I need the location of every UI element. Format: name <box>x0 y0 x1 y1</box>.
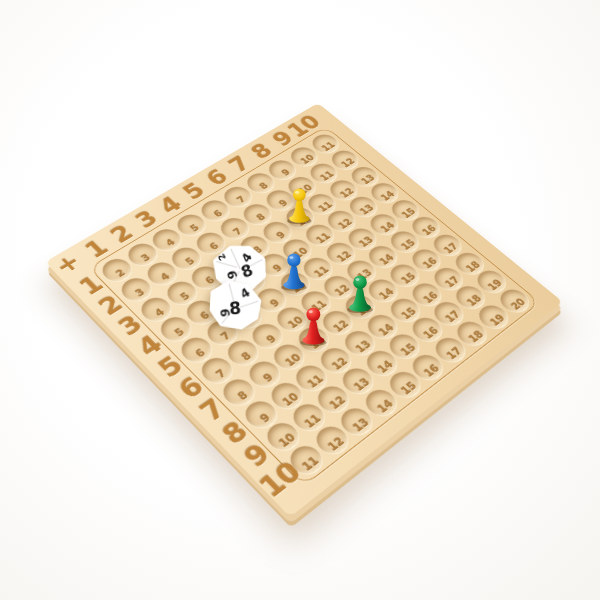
die-2: 486 <box>208 280 262 331</box>
pawn-green <box>347 275 373 313</box>
pawn-red <box>300 307 327 346</box>
die-digit: 6 <box>217 308 232 318</box>
product-photo-scene: + 11223344556677889910102345678910113456… <box>0 0 600 600</box>
pawn-yellow <box>287 188 312 224</box>
pawn-blue <box>281 253 307 291</box>
